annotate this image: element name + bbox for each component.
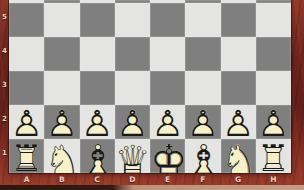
square-d2[interactable]: ♟♙ (115, 105, 150, 139)
piece-white-knight[interactable]: ♞♘ (221, 140, 256, 173)
square-h3[interactable] (256, 71, 291, 105)
piece-white-bishop[interactable]: ♝♗ (80, 140, 115, 173)
square-b4[interactable] (44, 37, 79, 71)
table-edge-strip (0, 185, 304, 190)
piece-glyph-outline: ♖ (257, 140, 290, 173)
square-a5[interactable] (9, 3, 44, 37)
file-label-b: B (44, 173, 79, 185)
square-e2[interactable]: ♟♙ (150, 105, 185, 139)
square-g3[interactable] (221, 71, 256, 105)
square-c5[interactable] (80, 3, 115, 37)
chessboard-window: 54321 ♟♙♟♙♟♙♟♙♟♙♟♙♟♙♟♙♜♖♞♘♝♗♛♕♚♔♝♗♞♘♜♖ A… (0, 0, 304, 190)
chess-board: ♟♙♟♙♟♙♟♙♟♙♟♙♟♙♟♙♜♖♞♘♝♗♛♕♚♔♝♗♞♘♜♖ (9, 0, 291, 173)
square-a3[interactable] (9, 71, 44, 105)
square-e5[interactable] (150, 3, 185, 37)
piece-white-pawn[interactable]: ♟♙ (221, 106, 256, 140)
file-labels-row: ABCDEFGH (9, 173, 291, 185)
square-e1[interactable]: ♚♔ (150, 139, 185, 173)
piece-white-bishop[interactable]: ♝♗ (185, 140, 220, 173)
piece-white-rook[interactable]: ♜♖ (9, 140, 44, 173)
square-h5[interactable] (256, 3, 291, 37)
rank-label-5: 5 (0, 0, 9, 34)
square-a1[interactable]: ♜♖ (9, 139, 44, 173)
square-c1[interactable]: ♝♗ (80, 139, 115, 173)
piece-glyph-outline: ♘ (221, 140, 258, 173)
square-b3[interactable] (44, 71, 79, 105)
square-b5[interactable] (44, 3, 79, 37)
square-c4[interactable] (80, 37, 115, 71)
square-c3[interactable] (80, 71, 115, 105)
piece-white-knight[interactable]: ♞♘ (44, 140, 79, 173)
file-label-e: E (150, 173, 185, 185)
square-c2[interactable]: ♟♙ (80, 105, 115, 139)
square-f3[interactable] (185, 71, 220, 105)
piece-glyph-outline: ♘ (44, 140, 81, 173)
square-d4[interactable] (115, 37, 150, 71)
piece-white-rook[interactable]: ♜♖ (256, 140, 291, 173)
piece-white-pawn[interactable]: ♟♙ (80, 106, 115, 140)
square-g1[interactable]: ♞♘ (221, 139, 256, 173)
square-h4[interactable] (256, 37, 291, 71)
square-d3[interactable] (115, 71, 150, 105)
piece-white-queen[interactable]: ♛♕ (115, 140, 150, 173)
square-d1[interactable]: ♛♕ (115, 139, 150, 173)
piece-white-pawn[interactable]: ♟♙ (185, 106, 220, 140)
rank-label-1: 1 (0, 136, 9, 170)
square-g4[interactable] (221, 37, 256, 71)
file-label-d: D (115, 173, 150, 185)
piece-glyph-outline: ♔ (150, 140, 188, 173)
piece-white-pawn[interactable]: ♟♙ (256, 106, 291, 140)
rank-label-3: 3 (0, 68, 9, 102)
piece-glyph-outline: ♖ (10, 140, 43, 173)
square-f4[interactable] (185, 37, 220, 71)
piece-glyph-outline: ♕ (115, 140, 151, 173)
square-a4[interactable] (9, 37, 44, 71)
file-label-a: A (9, 173, 44, 185)
file-label-c: C (80, 173, 115, 185)
piece-white-pawn[interactable]: ♟♙ (115, 106, 150, 140)
piece-white-pawn[interactable]: ♟♙ (150, 106, 185, 140)
rank-label-2: 2 (0, 102, 9, 136)
square-e4[interactable] (150, 37, 185, 71)
square-e3[interactable] (150, 71, 185, 105)
piece-glyph-outline: ♗ (185, 140, 222, 173)
piece-white-king[interactable]: ♚♔ (150, 140, 185, 173)
square-f5[interactable] (185, 3, 220, 37)
square-b1[interactable]: ♞♘ (44, 139, 79, 173)
square-g5[interactable] (221, 3, 256, 37)
square-g2[interactable]: ♟♙ (221, 105, 256, 139)
square-f2[interactable]: ♟♙ (185, 105, 220, 139)
file-label-f: F (185, 173, 220, 185)
square-h2[interactable]: ♟♙ (256, 105, 291, 139)
square-b2[interactable]: ♟♙ (44, 105, 79, 139)
piece-white-pawn[interactable]: ♟♙ (9, 106, 44, 140)
file-label-h: H (256, 173, 291, 185)
piece-white-pawn[interactable]: ♟♙ (44, 106, 79, 140)
piece-glyph-outline: ♗ (80, 140, 117, 173)
square-f1[interactable]: ♝♗ (185, 139, 220, 173)
square-d5[interactable] (115, 3, 150, 37)
file-label-g: G (221, 173, 256, 185)
rank-label-4: 4 (0, 34, 9, 68)
square-a2[interactable]: ♟♙ (9, 105, 44, 139)
square-h1[interactable]: ♜♖ (256, 139, 291, 173)
